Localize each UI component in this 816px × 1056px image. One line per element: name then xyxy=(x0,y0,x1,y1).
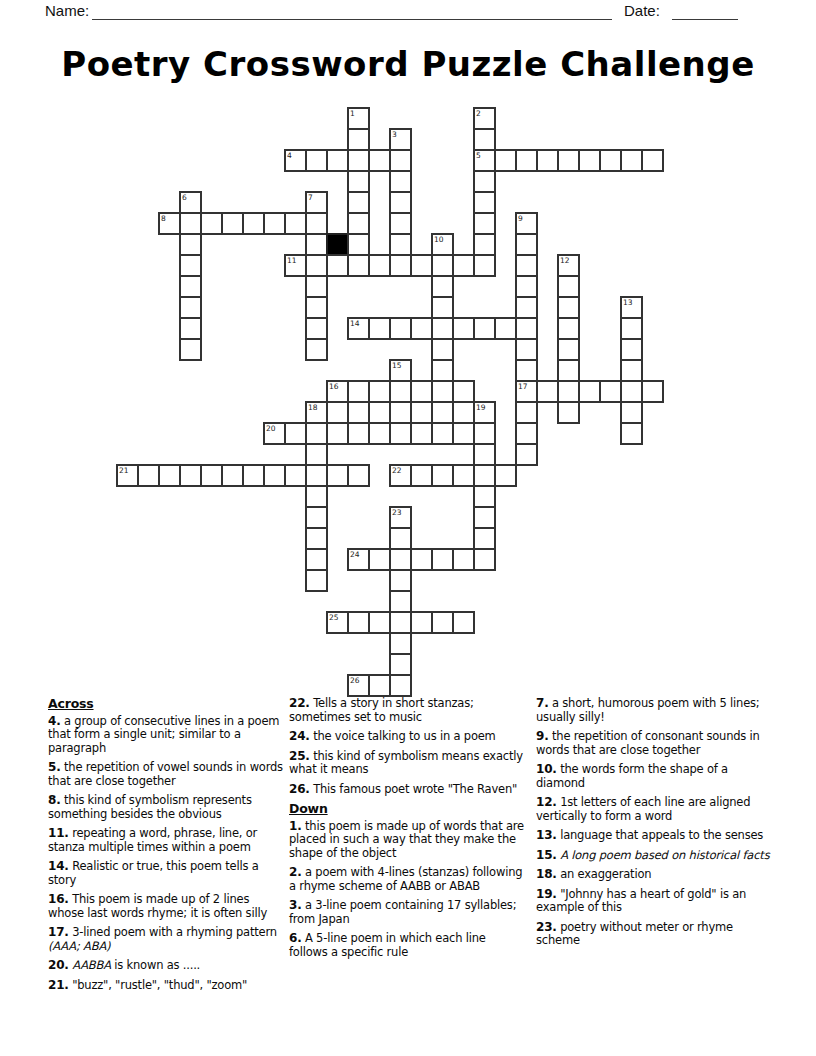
down-header: Down xyxy=(289,802,526,816)
cell-number: 16 xyxy=(329,382,339,391)
cell-number: 22 xyxy=(392,466,402,475)
grid-cell[interactable]: 7 xyxy=(305,191,328,214)
grid-cell[interactable] xyxy=(452,254,475,277)
cell-number: 9 xyxy=(518,214,523,223)
grid-cell[interactable] xyxy=(536,380,559,403)
grid-cell[interactable] xyxy=(557,338,580,361)
grid-cell[interactable] xyxy=(347,191,370,214)
grid-cell[interactable] xyxy=(431,338,454,361)
grid-cell[interactable] xyxy=(599,149,622,172)
grid-cell[interactable] xyxy=(473,527,496,550)
grid-cell[interactable] xyxy=(305,296,328,319)
grid-cell[interactable] xyxy=(410,611,433,634)
grid-cell[interactable]: 25 xyxy=(326,611,349,634)
grid-cell[interactable] xyxy=(578,380,601,403)
grid-cell[interactable] xyxy=(410,317,433,340)
grid-cell[interactable] xyxy=(515,233,538,256)
grid-cell[interactable]: 4 xyxy=(284,149,307,172)
clue-number: 8. xyxy=(48,793,61,807)
grid-cell[interactable] xyxy=(326,254,349,277)
grid-cell[interactable] xyxy=(347,212,370,235)
clue-14: 14. Realistic or true, this poem tells a… xyxy=(48,860,285,887)
clue-text: repeating a word, phrase, line, or stanz… xyxy=(48,826,257,854)
grid-cell[interactable] xyxy=(305,338,328,361)
grid-cell[interactable] xyxy=(284,212,307,235)
grid-cell[interactable] xyxy=(620,149,643,172)
grid-cell[interactable]: 3 xyxy=(389,128,412,151)
grid-cell[interactable] xyxy=(305,443,328,466)
clue-number: 23. xyxy=(536,920,557,934)
grid-cell[interactable] xyxy=(347,464,370,487)
clue-number: 10. xyxy=(536,762,557,776)
clue-column-3: 7. a short, humorous poem with 5 lines; … xyxy=(536,697,780,954)
across-clue-list: 4. a group of consecutive lines in a poe… xyxy=(48,715,285,993)
grid-cell[interactable] xyxy=(452,422,475,445)
clue-16: 16. This poem is made up of 2 lines whos… xyxy=(48,893,285,920)
grid-cell[interactable] xyxy=(389,632,412,655)
grid-cell[interactable] xyxy=(557,317,580,340)
grid-cell[interactable] xyxy=(431,317,454,340)
grid-cell[interactable]: 5 xyxy=(473,149,496,172)
grid-cell[interactable] xyxy=(515,275,538,298)
grid-cell[interactable] xyxy=(368,548,391,571)
clue-text: this kind of symbolism represents someth… xyxy=(48,793,252,821)
grid-cell[interactable]: 22 xyxy=(389,464,412,487)
cell-number: 11 xyxy=(287,256,297,265)
grid-cell[interactable]: 14 xyxy=(347,317,370,340)
grid-cell[interactable] xyxy=(347,422,370,445)
grid-cell[interactable]: 15 xyxy=(389,359,412,382)
grid-cell[interactable] xyxy=(578,149,601,172)
grid-cell[interactable] xyxy=(305,254,328,277)
grid-cell[interactable] xyxy=(368,254,391,277)
grid-cell[interactable] xyxy=(368,422,391,445)
grid-cell[interactable] xyxy=(536,149,559,172)
grid-cell[interactable] xyxy=(494,317,517,340)
grid-cell[interactable] xyxy=(473,443,496,466)
cell-number: 14 xyxy=(350,319,360,328)
grid-cell[interactable] xyxy=(221,464,244,487)
grid-cell[interactable] xyxy=(305,464,328,487)
date-label: Date: xyxy=(624,2,660,19)
grid-cell[interactable]: 9 xyxy=(515,212,538,235)
grid-cell[interactable] xyxy=(389,170,412,193)
black-cell xyxy=(326,233,349,256)
grid-cell[interactable] xyxy=(326,464,349,487)
grid-cell[interactable] xyxy=(620,401,643,424)
cell-number: 23 xyxy=(392,508,402,517)
grid-cell[interactable] xyxy=(431,464,454,487)
grid-cell[interactable] xyxy=(284,464,307,487)
clue-text: Realistic or true, this poem tells a sto… xyxy=(48,859,259,887)
grid-cell[interactable] xyxy=(431,422,454,445)
clue-text: this kind of symbolism means exactly wha… xyxy=(289,749,523,777)
grid-cell[interactable] xyxy=(515,338,538,361)
grid-cell[interactable] xyxy=(641,380,664,403)
grid-cell[interactable] xyxy=(515,149,538,172)
cell-number: 6 xyxy=(182,193,187,202)
grid-cell[interactable] xyxy=(242,464,265,487)
grid-cell[interactable] xyxy=(389,590,412,613)
grid-cell[interactable]: 24 xyxy=(347,548,370,571)
name-line[interactable] xyxy=(92,4,612,20)
grid-cell[interactable] xyxy=(305,233,328,256)
grid-cell[interactable]: 26 xyxy=(347,674,370,697)
grid-cell[interactable] xyxy=(620,317,643,340)
grid-cell[interactable] xyxy=(200,464,223,487)
grid-cell[interactable] xyxy=(557,275,580,298)
grid-cell[interactable] xyxy=(389,611,412,634)
grid-cell[interactable] xyxy=(410,401,433,424)
grid-cell[interactable] xyxy=(431,275,454,298)
grid-cell[interactable] xyxy=(473,548,496,571)
grid-cell[interactable] xyxy=(473,506,496,529)
grid-cell[interactable] xyxy=(347,611,370,634)
grid-cell[interactable] xyxy=(620,338,643,361)
clue-number: 3. xyxy=(289,898,302,912)
cell-number: 25 xyxy=(329,613,339,622)
clue-text: the voice talking to us in a poem xyxy=(313,729,495,743)
grid-cell[interactable] xyxy=(389,674,412,697)
grid-cell[interactable] xyxy=(389,254,412,277)
grid-cell[interactable] xyxy=(389,548,412,571)
cell-number: 1 xyxy=(350,109,355,118)
grid-cell[interactable] xyxy=(389,233,412,256)
clue-number: 7. xyxy=(536,696,549,710)
clue-text: poetry without meter or rhyme scheme xyxy=(536,920,733,948)
clue-4: 4. a group of consecutive lines in a poe… xyxy=(48,715,285,756)
date-line[interactable] xyxy=(672,4,738,20)
clue-text: Tells a story in short stanzas; sometime… xyxy=(289,696,474,724)
cell-number: 19 xyxy=(476,403,486,412)
grid-cell[interactable] xyxy=(494,464,517,487)
grid-cell[interactable] xyxy=(389,401,412,424)
cell-number: 12 xyxy=(560,256,570,265)
grid-cell[interactable] xyxy=(473,485,496,508)
clue-text: This famous poet wrote "The Raven" xyxy=(313,782,517,796)
grid-cell[interactable] xyxy=(473,422,496,445)
grid-cell[interactable]: 10 xyxy=(431,233,454,256)
grid-cell[interactable] xyxy=(431,359,454,382)
cell-number: 5 xyxy=(476,151,481,160)
clue-number: 18. xyxy=(536,867,557,881)
grid-cell[interactable] xyxy=(515,359,538,382)
clue-text: this poem is made up of words that are p… xyxy=(289,819,524,860)
clue-number: 12. xyxy=(536,795,557,809)
clue-text: A long poem based on historical facts xyxy=(560,848,769,862)
grid-cell[interactable] xyxy=(452,401,475,424)
grid-cell[interactable] xyxy=(494,149,517,172)
grid-cell[interactable]: 20 xyxy=(263,422,286,445)
cell-number: 18 xyxy=(308,403,318,412)
grid-cell[interactable] xyxy=(410,464,433,487)
grid-cell[interactable] xyxy=(473,191,496,214)
grid-cell[interactable] xyxy=(305,485,328,508)
grid-cell[interactable] xyxy=(431,296,454,319)
grid-cell[interactable] xyxy=(410,548,433,571)
down-clue-list-continued: 7. a short, humorous poem with 5 lines; … xyxy=(536,697,780,948)
clue-9: 9. the repetition of consonant sounds in… xyxy=(536,730,780,757)
grid-cell[interactable]: 12 xyxy=(557,254,580,277)
clue-text: A 5-line poem in which each line follows… xyxy=(289,931,486,959)
grid-cell[interactable] xyxy=(389,569,412,592)
grid-cell[interactable] xyxy=(326,149,349,172)
cell-number: 2 xyxy=(476,109,481,118)
grid-cell[interactable] xyxy=(599,380,622,403)
clue-number: 5. xyxy=(48,760,61,774)
grid-cell[interactable] xyxy=(452,317,475,340)
worksheet-page: Name: Date: Poetry Crossword Puzzle Chal… xyxy=(0,0,816,1056)
name-label: Name: xyxy=(45,2,89,19)
grid-cell[interactable]: 2 xyxy=(473,107,496,130)
grid-cell[interactable] xyxy=(179,212,202,235)
grid-cell[interactable] xyxy=(179,338,202,361)
cell-number: 17 xyxy=(518,382,528,391)
grid-cell[interactable] xyxy=(452,464,475,487)
grid-cell[interactable] xyxy=(347,149,370,172)
grid-cell[interactable] xyxy=(326,401,349,424)
grid-cell[interactable] xyxy=(515,254,538,277)
grid-cell[interactable] xyxy=(389,317,412,340)
grid-cell[interactable] xyxy=(263,464,286,487)
grid-cell[interactable] xyxy=(326,422,349,445)
cell-number: 21 xyxy=(119,466,129,475)
grid-cell[interactable] xyxy=(179,464,202,487)
grid-cell[interactable] xyxy=(431,380,454,403)
clue-number: 1. xyxy=(289,819,302,833)
grid-cell[interactable] xyxy=(410,254,433,277)
clue-23: 23. poetry without meter or rhyme scheme xyxy=(536,921,780,948)
clue-number: 22. xyxy=(289,696,310,710)
clue-7: 7. a short, humorous poem with 5 lines; … xyxy=(536,697,780,724)
grid-cell[interactable] xyxy=(389,212,412,235)
clue-number: 4. xyxy=(48,714,61,728)
grid-cell[interactable] xyxy=(389,422,412,445)
grid-cell[interactable] xyxy=(200,212,223,235)
grid-cell[interactable] xyxy=(305,275,328,298)
grid-cell[interactable] xyxy=(368,149,391,172)
clue-text: the repetition of vowel sounds in words … xyxy=(48,760,283,788)
grid-cell[interactable] xyxy=(284,422,307,445)
across-header: Across xyxy=(48,697,285,711)
clue-column-2: 22. Tells a story in short stanzas; some… xyxy=(289,697,526,965)
grid-cell[interactable] xyxy=(305,317,328,340)
grid-cell[interactable] xyxy=(473,464,496,487)
grid-cell[interactable] xyxy=(431,401,454,424)
clue-number: 20. xyxy=(48,958,69,972)
grid-cell[interactable] xyxy=(515,296,538,319)
grid-cell[interactable] xyxy=(557,149,580,172)
grid-cell[interactable] xyxy=(179,233,202,256)
clue-number: 13. xyxy=(536,828,557,842)
cell-number: 20 xyxy=(266,424,276,433)
grid-cell[interactable] xyxy=(473,317,496,340)
grid-cell[interactable] xyxy=(347,380,370,403)
clue-26: 26. This famous poet wrote "The Raven" xyxy=(289,783,526,797)
clue-17: 17. 3-lined poem with a rhyming pattern … xyxy=(48,926,285,953)
grid-cell[interactable] xyxy=(431,611,454,634)
grid-cell[interactable] xyxy=(305,527,328,550)
grid-cell[interactable] xyxy=(137,464,160,487)
clue-19: 19. "Johnny has a heart of gold" is an e… xyxy=(536,888,780,915)
clue-21: 21. "buzz", "rustle", "thud", "zoom" xyxy=(48,979,285,993)
clue-15: 15. A long poem based on historical fact… xyxy=(536,849,780,863)
clue-text: 1st letters of each line are aligned ver… xyxy=(536,795,750,823)
clue-number: 11. xyxy=(48,826,69,840)
grid-cell[interactable] xyxy=(305,506,328,529)
clue-2: 2. a poem with 4-lines (stanzas) followi… xyxy=(289,866,526,893)
grid-cell[interactable] xyxy=(389,149,412,172)
page-title: Poetry Crossword Puzzle Challenge xyxy=(0,44,816,84)
grid-cell[interactable] xyxy=(620,380,643,403)
cell-number: 7 xyxy=(308,193,313,202)
crossword-grid: 1234567891011121314151617181920212223242… xyxy=(117,108,664,697)
grid-cell[interactable]: 11 xyxy=(284,254,307,277)
grid-cell[interactable] xyxy=(473,233,496,256)
grid-cell[interactable] xyxy=(389,191,412,214)
grid-cell[interactable] xyxy=(473,128,496,151)
grid-cell[interactable] xyxy=(305,149,328,172)
grid-cell[interactable] xyxy=(557,401,580,424)
grid-cell[interactable] xyxy=(389,380,412,403)
grid-cell[interactable]: 23 xyxy=(389,506,412,529)
clue-text: the words form the shape of a diamond xyxy=(536,762,728,790)
clue-22: 22. Tells a story in short stanzas; some… xyxy=(289,697,526,724)
grid-cell[interactable] xyxy=(368,401,391,424)
grid-cell[interactable] xyxy=(347,128,370,151)
clue-text: an exaggeration xyxy=(560,867,651,881)
grid-cell[interactable] xyxy=(389,653,412,676)
grid-cell[interactable] xyxy=(410,422,433,445)
down-clue-list: 1. this poem is made up of words that ar… xyxy=(289,820,526,960)
clue-11: 11. repeating a word, phrase, line, or s… xyxy=(48,827,285,854)
clue-text: the repetition of consonant sounds in wo… xyxy=(536,729,760,757)
grid-cell[interactable] xyxy=(515,401,538,424)
grid-cell[interactable] xyxy=(305,548,328,571)
clue-text: a short, humorous poem with 5 lines; usu… xyxy=(536,696,760,724)
grid-cell[interactable]: 6 xyxy=(179,191,202,214)
cell-number: 13 xyxy=(623,298,633,307)
grid-cell[interactable] xyxy=(431,254,454,277)
grid-cell[interactable]: 19 xyxy=(473,401,496,424)
grid-cell[interactable] xyxy=(368,611,391,634)
grid-cell[interactable] xyxy=(557,296,580,319)
grid-cell[interactable] xyxy=(347,170,370,193)
grid-cell[interactable] xyxy=(620,359,643,382)
clue-text: This poem is made up of 2 lines whose la… xyxy=(48,892,267,920)
grid-cell[interactable] xyxy=(179,296,202,319)
clue-number: 2. xyxy=(289,865,302,879)
grid-cell[interactable]: 8 xyxy=(158,212,181,235)
clue-25: 25. this kind of symbolism means exactly… xyxy=(289,750,526,777)
grid-cell[interactable] xyxy=(368,317,391,340)
cell-number: 8 xyxy=(161,214,166,223)
grid-cell[interactable] xyxy=(641,149,664,172)
grid-cell[interactable] xyxy=(179,254,202,277)
grid-cell[interactable] xyxy=(305,212,328,235)
grid-cell[interactable] xyxy=(263,212,286,235)
cell-number: 15 xyxy=(392,361,402,370)
clue-10: 10. the words form the shape of a diamon… xyxy=(536,763,780,790)
clue-13: 13. language that appeals to the senses xyxy=(536,829,780,843)
grid-cell[interactable] xyxy=(557,380,580,403)
across-clue-list-continued: 22. Tells a story in short stanzas; some… xyxy=(289,697,526,796)
grid-cell[interactable] xyxy=(452,380,475,403)
clue-text: a poem with 4-lines (stanzas) following … xyxy=(289,865,522,893)
clue-1: 1. this poem is made up of words that ar… xyxy=(289,820,526,861)
clue-number: 26. xyxy=(289,782,310,796)
cell-number: 4 xyxy=(287,151,292,160)
clue-24: 24. the voice talking to us in a poem xyxy=(289,730,526,744)
clue-20: 20. AABBA is known as ..... xyxy=(48,959,285,973)
grid-cell[interactable] xyxy=(515,443,538,466)
grid-cell[interactable] xyxy=(347,233,370,256)
clue-number: 21. xyxy=(48,978,69,992)
grid-cell[interactable] xyxy=(242,212,265,235)
grid-cell[interactable] xyxy=(368,380,391,403)
clue-number: 24. xyxy=(289,729,310,743)
clue-number: 9. xyxy=(536,729,549,743)
grid-cell[interactable] xyxy=(158,464,181,487)
grid-cell[interactable]: 1 xyxy=(347,107,370,130)
grid-cell[interactable] xyxy=(305,422,328,445)
grid-cell[interactable] xyxy=(473,170,496,193)
grid-cell[interactable]: 13 xyxy=(620,296,643,319)
grid-cell[interactable]: 16 xyxy=(326,380,349,403)
clue-number: 6. xyxy=(289,931,302,945)
clue-6: 6. A 5-line poem in which each line foll… xyxy=(289,932,526,959)
grid-cell[interactable] xyxy=(515,317,538,340)
grid-cell[interactable] xyxy=(515,422,538,445)
clue-text: (AAA; ABA) xyxy=(48,939,110,953)
grid-cell[interactable] xyxy=(557,359,580,382)
grid-cell[interactable] xyxy=(347,401,370,424)
grid-cell[interactable] xyxy=(473,254,496,277)
clue-text: "buzz", "rustle", "thud", "zoom" xyxy=(72,978,247,992)
grid-cell[interactable] xyxy=(473,212,496,235)
cell-number: 26 xyxy=(350,676,360,685)
grid-cell[interactable] xyxy=(389,527,412,550)
grid-cell[interactable] xyxy=(179,275,202,298)
grid-cell[interactable] xyxy=(347,254,370,277)
clue-number: 15. xyxy=(536,848,557,862)
cell-number: 24 xyxy=(350,550,360,559)
clue-text: is known as ..... xyxy=(111,958,200,972)
grid-cell[interactable]: 17 xyxy=(515,380,538,403)
clue-text: a 3-line poem containing 17 syllables; f… xyxy=(289,898,516,926)
grid-cell[interactable]: 18 xyxy=(305,401,328,424)
grid-cell[interactable] xyxy=(305,569,328,592)
grid-cell[interactable] xyxy=(179,317,202,340)
clue-text: AABBA xyxy=(72,958,111,972)
clue-text: a group of consecutive lines in a poem t… xyxy=(48,714,279,755)
clue-number: 25. xyxy=(289,749,310,763)
grid-cell[interactable] xyxy=(620,422,643,445)
grid-cell[interactable] xyxy=(410,380,433,403)
grid-cell[interactable] xyxy=(452,548,475,571)
grid-cell[interactable] xyxy=(368,674,391,697)
grid-cell[interactable] xyxy=(221,212,244,235)
clue-number: 16. xyxy=(48,892,69,906)
grid-cell[interactable] xyxy=(431,548,454,571)
grid-cell[interactable] xyxy=(452,611,475,634)
grid-cell[interactable]: 21 xyxy=(116,464,139,487)
clue-text: language that appeals to the senses xyxy=(560,828,763,842)
clue-8: 8. this kind of symbolism represents som… xyxy=(48,794,285,821)
clue-12: 12. 1st letters of each line are aligned… xyxy=(536,796,780,823)
cell-number: 3 xyxy=(392,130,397,139)
clue-number: 17. xyxy=(48,925,69,939)
